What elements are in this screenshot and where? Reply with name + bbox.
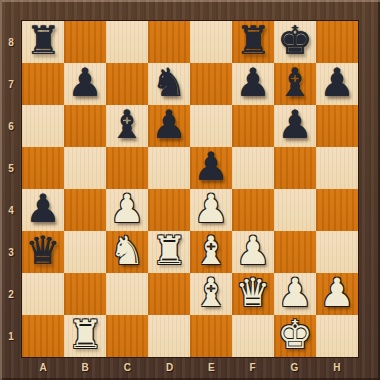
file-label-h: H (316, 357, 358, 377)
piece-white-king[interactable]: ♚ (274, 313, 316, 355)
square-d2[interactable] (148, 273, 190, 315)
square-c2[interactable] (106, 273, 148, 315)
piece-white-knight[interactable]: ♞ (106, 229, 148, 271)
square-f4[interactable] (232, 189, 274, 231)
file-label-e: E (191, 357, 233, 377)
square-c3[interactable]: ♞ (106, 231, 148, 273)
square-c8[interactable] (106, 21, 148, 63)
square-h1[interactable] (316, 315, 358, 357)
square-c7[interactable] (106, 63, 148, 105)
square-d8[interactable] (148, 21, 190, 63)
square-f1[interactable] (232, 315, 274, 357)
piece-black-king[interactable]: ♚ (274, 19, 316, 61)
piece-white-rook[interactable]: ♜ (148, 229, 190, 271)
square-g3[interactable] (274, 231, 316, 273)
piece-black-pawn[interactable]: ♟ (316, 61, 358, 103)
square-b4[interactable] (64, 189, 106, 231)
piece-white-pawn[interactable]: ♟ (274, 271, 316, 313)
square-g5[interactable] (274, 147, 316, 189)
square-c5[interactable] (106, 147, 148, 189)
piece-black-pawn[interactable]: ♟ (232, 61, 274, 103)
square-e5[interactable]: ♟ (190, 147, 232, 189)
square-c6[interactable]: ♝ (106, 105, 148, 147)
square-b7[interactable]: ♟ (64, 63, 106, 105)
square-g7[interactable]: ♝ (274, 63, 316, 105)
square-h8[interactable] (316, 21, 358, 63)
square-f8[interactable]: ♜ (232, 21, 274, 63)
square-b8[interactable] (64, 21, 106, 63)
rank-label-6: 6 (0, 105, 22, 147)
board-frame: 87654321 ABCDEFGH ♜♜♚♟♞♟♝♟♝♟♟♟♟♟♟♛♞♜♝♟♝♛… (0, 0, 380, 380)
piece-black-rook[interactable]: ♜ (232, 19, 274, 61)
square-d6[interactable]: ♟ (148, 105, 190, 147)
piece-white-pawn[interactable]: ♟ (190, 187, 232, 229)
piece-white-pawn[interactable]: ♟ (232, 229, 274, 271)
square-a4[interactable]: ♟ (22, 189, 64, 231)
square-e7[interactable] (190, 63, 232, 105)
square-a2[interactable] (22, 273, 64, 315)
square-b1[interactable]: ♜ (64, 315, 106, 357)
chess-board[interactable]: ♜♜♚♟♞♟♝♟♝♟♟♟♟♟♟♛♞♜♝♟♝♛♟♟♜♚ (22, 21, 358, 357)
square-a8[interactable]: ♜ (22, 21, 64, 63)
piece-black-rook[interactable]: ♜ (22, 19, 64, 61)
square-a5[interactable] (22, 147, 64, 189)
square-e6[interactable] (190, 105, 232, 147)
piece-black-pawn[interactable]: ♟ (64, 61, 106, 103)
square-b2[interactable] (64, 273, 106, 315)
piece-black-queen[interactable]: ♛ (22, 229, 64, 271)
square-d1[interactable] (148, 315, 190, 357)
file-label-d: D (148, 357, 190, 377)
piece-black-pawn[interactable]: ♟ (190, 145, 232, 187)
square-h2[interactable]: ♟ (316, 273, 358, 315)
rank-label-3: 3 (0, 231, 22, 273)
piece-black-pawn[interactable]: ♟ (22, 187, 64, 229)
square-g8[interactable]: ♚ (274, 21, 316, 63)
piece-black-knight[interactable]: ♞ (148, 61, 190, 103)
piece-black-bishop[interactable]: ♝ (274, 61, 316, 103)
square-f2[interactable]: ♛ (232, 273, 274, 315)
file-label-f: F (232, 357, 273, 377)
piece-white-rook[interactable]: ♜ (64, 313, 106, 355)
square-f7[interactable]: ♟ (232, 63, 274, 105)
square-a6[interactable] (22, 105, 64, 147)
rank-label-4: 4 (0, 189, 22, 231)
square-f6[interactable] (232, 105, 274, 147)
rank-label-5: 5 (0, 147, 22, 189)
rank-label-7: 7 (0, 63, 22, 105)
piece-white-bishop[interactable]: ♝ (190, 229, 232, 271)
square-f5[interactable] (232, 147, 274, 189)
square-e4[interactable]: ♟ (190, 189, 232, 231)
square-h6[interactable] (316, 105, 358, 147)
piece-black-bishop[interactable]: ♝ (106, 103, 148, 145)
rank-label-2: 2 (0, 273, 22, 315)
square-g4[interactable] (274, 189, 316, 231)
piece-black-pawn[interactable]: ♟ (274, 103, 316, 145)
square-a3[interactable]: ♛ (22, 231, 64, 273)
square-g2[interactable]: ♟ (274, 273, 316, 315)
piece-black-pawn[interactable]: ♟ (148, 103, 190, 145)
rank-labels: 87654321 (0, 21, 22, 357)
square-c4[interactable]: ♟ (106, 189, 148, 231)
square-a1[interactable] (22, 315, 64, 357)
square-b6[interactable] (64, 105, 106, 147)
square-h4[interactable] (316, 189, 358, 231)
square-e1[interactable] (190, 315, 232, 357)
square-g6[interactable]: ♟ (274, 105, 316, 147)
square-h3[interactable] (316, 231, 358, 273)
square-c1[interactable] (106, 315, 148, 357)
rank-label-8: 8 (0, 21, 22, 63)
square-g1[interactable]: ♚ (274, 315, 316, 357)
file-labels: ABCDEFGH (22, 357, 358, 377)
file-label-b: B (64, 357, 106, 377)
square-f3[interactable]: ♟ (232, 231, 274, 273)
square-b3[interactable] (64, 231, 106, 273)
file-label-a: A (22, 357, 64, 377)
square-b5[interactable] (64, 147, 106, 189)
file-label-g: G (273, 357, 316, 377)
piece-white-bishop[interactable]: ♝ (190, 271, 232, 313)
square-d4[interactable] (148, 189, 190, 231)
file-label-c: C (106, 357, 148, 377)
square-e3[interactable]: ♝ (190, 231, 232, 273)
square-e8[interactable] (190, 21, 232, 63)
piece-white-pawn[interactable]: ♟ (316, 271, 358, 313)
square-a7[interactable] (22, 63, 64, 105)
square-d5[interactable] (148, 147, 190, 189)
rank-label-1: 1 (0, 315, 22, 357)
square-d7[interactable]: ♞ (148, 63, 190, 105)
square-d3[interactable]: ♜ (148, 231, 190, 273)
piece-white-queen[interactable]: ♛ (232, 271, 274, 313)
square-h5[interactable] (316, 147, 358, 189)
square-e2[interactable]: ♝ (190, 273, 232, 315)
square-h7[interactable]: ♟ (316, 63, 358, 105)
piece-white-pawn[interactable]: ♟ (106, 187, 148, 229)
